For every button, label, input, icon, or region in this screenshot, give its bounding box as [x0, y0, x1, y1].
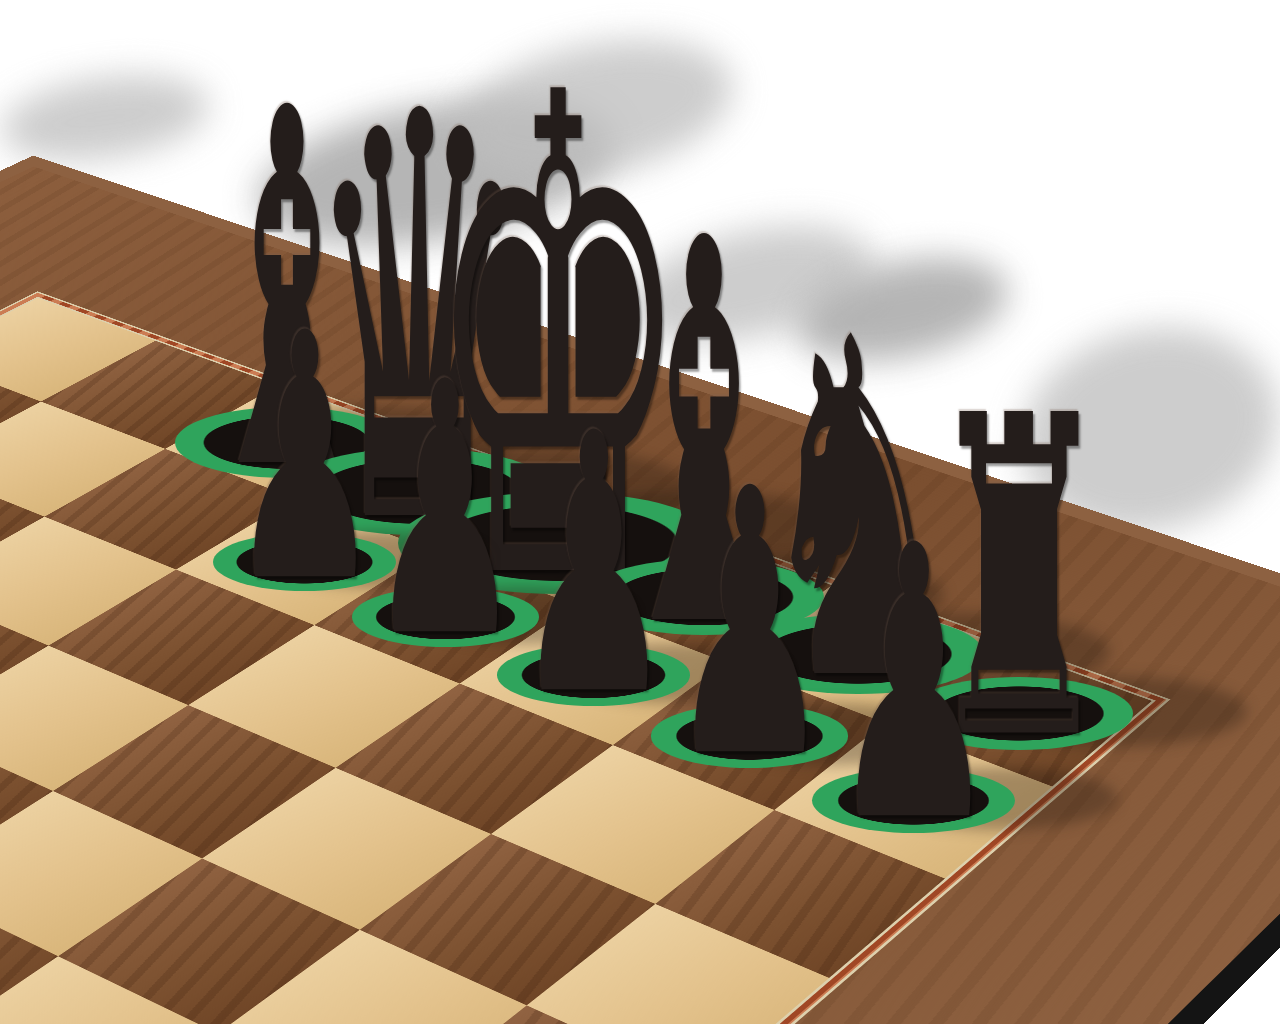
photo-canvas: ♝♛♚♟♝♟♞♟♜♟♟ [0, 0, 1280, 1024]
board-squares [0, 297, 1156, 1024]
board-inlay-frame [0, 291, 1170, 1024]
board-scene [0, 0, 1280, 1024]
chessboard [0, 155, 1280, 1024]
